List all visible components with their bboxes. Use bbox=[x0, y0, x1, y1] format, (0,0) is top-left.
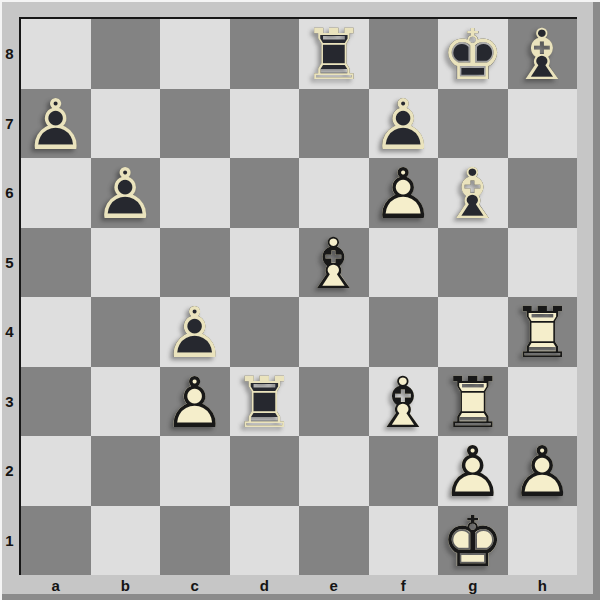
square-d8[interactable] bbox=[230, 19, 300, 89]
square-a7[interactable]: ♟♙ bbox=[21, 89, 91, 159]
square-f4[interactable] bbox=[369, 297, 439, 367]
square-d2[interactable] bbox=[230, 436, 300, 506]
square-g6[interactable]: ♝♗ bbox=[438, 158, 508, 228]
square-e4[interactable] bbox=[299, 297, 369, 367]
square-e8[interactable]: ♜♖ bbox=[299, 19, 369, 89]
square-f3[interactable]: ♝♗ bbox=[369, 367, 439, 437]
square-h8[interactable]: ♝♗ bbox=[508, 19, 578, 89]
white-bishop-f3[interactable]: ♝♗ bbox=[369, 367, 439, 437]
file-label-g: g bbox=[438, 575, 508, 595]
square-g5[interactable] bbox=[438, 228, 508, 298]
black-pawn-a7[interactable]: ♟♙ bbox=[21, 89, 91, 159]
file-label-d: d bbox=[230, 575, 300, 595]
black-bishop-g6[interactable]: ♝♗ bbox=[438, 158, 508, 228]
white-pawn-h2[interactable]: ♟♙ bbox=[508, 436, 578, 506]
square-f8[interactable] bbox=[369, 19, 439, 89]
white-pawn-f6[interactable]: ♟♙ bbox=[369, 158, 439, 228]
square-c2[interactable] bbox=[160, 436, 230, 506]
square-a5[interactable] bbox=[21, 228, 91, 298]
square-g4[interactable] bbox=[438, 297, 508, 367]
file-labels: abcdefgh bbox=[21, 575, 577, 595]
piece-outline-glyph: ♗ bbox=[302, 229, 365, 299]
square-h3[interactable] bbox=[508, 367, 578, 437]
square-f6[interactable]: ♟♙ bbox=[369, 158, 439, 228]
black-rook-d3[interactable]: ♜♖ bbox=[230, 367, 300, 437]
square-f5[interactable] bbox=[369, 228, 439, 298]
square-e5[interactable]: ♝♗ bbox=[299, 228, 369, 298]
square-c3[interactable]: ♟♙ bbox=[160, 367, 230, 437]
square-e2[interactable] bbox=[299, 436, 369, 506]
square-h7[interactable] bbox=[508, 89, 578, 159]
square-g8[interactable]: ♚♔ bbox=[438, 19, 508, 89]
rank-label-6: 6 bbox=[0, 158, 19, 228]
square-h1[interactable] bbox=[508, 506, 578, 576]
square-f1[interactable] bbox=[369, 506, 439, 576]
square-c6[interactable] bbox=[160, 158, 230, 228]
square-b5[interactable] bbox=[91, 228, 161, 298]
square-b1[interactable] bbox=[91, 506, 161, 576]
white-rook-g3[interactable]: ♜♖ bbox=[438, 367, 508, 437]
piece-outline-glyph: ♖ bbox=[233, 368, 296, 438]
square-d3[interactable]: ♜♖ bbox=[230, 367, 300, 437]
square-a8[interactable] bbox=[21, 19, 91, 89]
square-c4[interactable]: ♟♙ bbox=[160, 297, 230, 367]
square-e7[interactable] bbox=[299, 89, 369, 159]
square-h4[interactable]: ♜♖ bbox=[508, 297, 578, 367]
square-b3[interactable] bbox=[91, 367, 161, 437]
black-pawn-f7[interactable]: ♟♙ bbox=[369, 89, 439, 159]
square-e3[interactable] bbox=[299, 367, 369, 437]
square-d6[interactable] bbox=[230, 158, 300, 228]
piece-outline-glyph: ♙ bbox=[163, 298, 226, 368]
square-c5[interactable] bbox=[160, 228, 230, 298]
square-h6[interactable] bbox=[508, 158, 578, 228]
black-rook-e8[interactable]: ♜♖ bbox=[299, 19, 369, 89]
square-e6[interactable] bbox=[299, 158, 369, 228]
rank-label-1: 1 bbox=[0, 506, 19, 576]
piece-outline-glyph: ♖ bbox=[441, 368, 504, 438]
rank-label-8: 8 bbox=[0, 19, 19, 89]
square-b2[interactable] bbox=[91, 436, 161, 506]
chess-diagram: ♜♖♚♔♝♗♟♙♟♙♟♙♟♙♝♗♝♗♟♙♜♖♟♙♜♖♝♗♜♖♟♙♟♙♚♔ 876… bbox=[0, 0, 600, 600]
piece-outline-glyph: ♙ bbox=[24, 90, 87, 160]
square-c7[interactable] bbox=[160, 89, 230, 159]
black-king-g8[interactable]: ♚♔ bbox=[438, 19, 508, 89]
square-f7[interactable]: ♟♙ bbox=[369, 89, 439, 159]
piece-outline-glyph: ♙ bbox=[94, 159, 157, 229]
square-a3[interactable] bbox=[21, 367, 91, 437]
rank-label-4: 4 bbox=[0, 297, 19, 367]
piece-outline-glyph: ♙ bbox=[163, 368, 226, 438]
piece-outline-glyph: ♖ bbox=[302, 20, 365, 90]
white-rook-h4[interactable]: ♜♖ bbox=[508, 297, 578, 367]
file-label-b: b bbox=[91, 575, 161, 595]
file-label-c: c bbox=[160, 575, 230, 595]
square-d7[interactable] bbox=[230, 89, 300, 159]
piece-outline-glyph: ♙ bbox=[441, 437, 504, 507]
white-pawn-c3[interactable]: ♟♙ bbox=[160, 367, 230, 437]
black-pawn-c4[interactable]: ♟♙ bbox=[160, 297, 230, 367]
piece-outline-glyph: ♗ bbox=[511, 20, 574, 90]
black-bishop-h8[interactable]: ♝♗ bbox=[508, 19, 578, 89]
board: ♜♖♚♔♝♗♟♙♟♙♟♙♟♙♝♗♝♗♟♙♜♖♟♙♜♖♝♗♜♖♟♙♟♙♚♔ bbox=[19, 17, 577, 575]
piece-outline-glyph: ♔ bbox=[441, 20, 504, 90]
square-d5[interactable] bbox=[230, 228, 300, 298]
white-bishop-e5[interactable]: ♝♗ bbox=[299, 228, 369, 298]
rank-label-5: 5 bbox=[0, 228, 19, 298]
square-h5[interactable] bbox=[508, 228, 578, 298]
rank-label-7: 7 bbox=[0, 89, 19, 159]
square-a4[interactable] bbox=[21, 297, 91, 367]
square-g1[interactable]: ♚♔ bbox=[438, 506, 508, 576]
file-label-e: e bbox=[299, 575, 369, 595]
square-c8[interactable] bbox=[160, 19, 230, 89]
square-g7[interactable] bbox=[438, 89, 508, 159]
piece-outline-glyph: ♙ bbox=[511, 437, 574, 507]
square-b4[interactable] bbox=[91, 297, 161, 367]
file-label-f: f bbox=[369, 575, 439, 595]
piece-outline-glyph: ♗ bbox=[441, 159, 504, 229]
square-h2[interactable]: ♟♙ bbox=[508, 436, 578, 506]
white-pawn-g2[interactable]: ♟♙ bbox=[438, 436, 508, 506]
square-b7[interactable] bbox=[91, 89, 161, 159]
square-e1[interactable] bbox=[299, 506, 369, 576]
rank-label-3: 3 bbox=[0, 367, 19, 437]
square-c1[interactable] bbox=[160, 506, 230, 576]
white-king-g1[interactable]: ♚♔ bbox=[438, 506, 508, 576]
square-b6[interactable]: ♟♙ bbox=[91, 158, 161, 228]
piece-outline-glyph: ♙ bbox=[372, 90, 435, 160]
piece-outline-glyph: ♙ bbox=[372, 159, 435, 229]
square-d1[interactable] bbox=[230, 506, 300, 576]
rank-label-2: 2 bbox=[0, 436, 19, 506]
square-g3[interactable]: ♜♖ bbox=[438, 367, 508, 437]
file-label-a: a bbox=[21, 575, 91, 595]
piece-outline-glyph: ♖ bbox=[511, 298, 574, 368]
rank-labels: 87654321 bbox=[0, 19, 19, 575]
square-a6[interactable] bbox=[21, 158, 91, 228]
square-d4[interactable] bbox=[230, 297, 300, 367]
piece-outline-glyph: ♔ bbox=[441, 507, 504, 577]
square-a2[interactable] bbox=[21, 436, 91, 506]
square-b8[interactable] bbox=[91, 19, 161, 89]
square-g2[interactable]: ♟♙ bbox=[438, 436, 508, 506]
square-f2[interactable] bbox=[369, 436, 439, 506]
piece-outline-glyph: ♗ bbox=[372, 368, 435, 438]
square-a1[interactable] bbox=[21, 506, 91, 576]
black-pawn-b6[interactable]: ♟♙ bbox=[91, 158, 161, 228]
file-label-h: h bbox=[508, 575, 578, 595]
